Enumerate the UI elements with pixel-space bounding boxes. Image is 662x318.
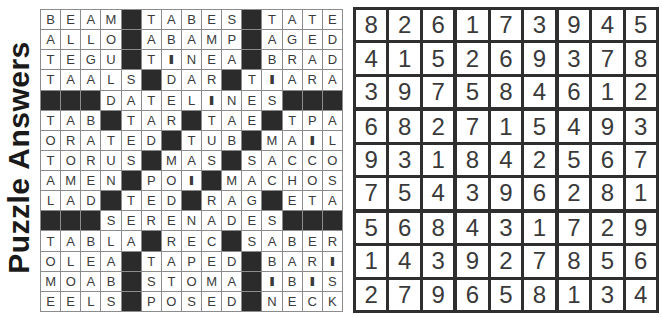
crossword-letter: E (86, 255, 95, 268)
crossword-letter: A (268, 235, 277, 248)
crossword-letter-cell: I (262, 70, 281, 89)
crossword-letter: I (310, 275, 314, 288)
sudoku-cell: 9 (559, 10, 589, 40)
crossword-letter-cell: E (122, 131, 141, 150)
crossword-letter: D (147, 134, 156, 147)
crossword-letter: I (210, 94, 214, 107)
crossword-letter-cell: A (122, 91, 141, 110)
crossword-letter: O (186, 275, 196, 288)
crossword-letter-cell: S (262, 91, 281, 110)
sudoku-cell: 7 (559, 213, 589, 243)
crossword-black-cell (242, 131, 261, 150)
sudoku-cell: 6 (423, 10, 453, 40)
crossword-letter-cell: T (142, 10, 161, 29)
crossword-letter: A (288, 134, 297, 147)
crossword-black-cell (162, 131, 181, 150)
crossword-letter-cell: N (222, 91, 241, 110)
crossword-letter-cell: E (41, 292, 60, 311)
crossword-letter: C (207, 235, 216, 248)
crossword-letter: B (268, 255, 277, 268)
crossword-letter-cell: T (162, 272, 181, 291)
crossword-letter: U (207, 134, 216, 147)
crossword-letter: M (106, 13, 117, 26)
crossword-letter: D (227, 214, 236, 227)
crossword-letter-cell: S (101, 211, 120, 230)
crossword-letter: S (328, 275, 337, 288)
crossword-letter: T (167, 275, 175, 288)
sudoku-cell: 7 (626, 145, 656, 175)
crossword-letter: G (247, 194, 257, 207)
crossword-letter: T (308, 194, 316, 207)
crossword-letter-cell: C (303, 151, 322, 170)
crossword-letter-cell: T (41, 231, 60, 250)
crossword-letter-cell: M (162, 151, 181, 170)
crossword-letter-cell: E (323, 10, 342, 29)
crossword-letter: N (227, 94, 236, 107)
crossword-letter: E (308, 235, 317, 248)
crossword-letter: M (65, 174, 76, 187)
crossword-letter: D (227, 295, 236, 308)
crossword-letter-cell: P (182, 252, 201, 271)
crossword-letter: D (167, 194, 176, 207)
crossword-letter: L (188, 94, 195, 107)
crossword-black-cell (122, 171, 141, 190)
crossword-black-cell (41, 211, 60, 230)
crossword-letter-cell: A (61, 191, 80, 210)
crossword-letter-cell: S (323, 171, 342, 190)
sudoku-box: 826415397 (356, 10, 453, 107)
crossword-letter-cell: E (202, 252, 221, 271)
crossword-black-cell (222, 151, 241, 170)
crossword-letter: T (47, 73, 55, 86)
crossword-letter-cell: L (81, 292, 100, 311)
crossword-letter-cell: A (81, 131, 100, 150)
sudoku-cell: 1 (356, 246, 386, 276)
crossword-letter: E (288, 194, 297, 207)
sudoku-cell: 7 (524, 246, 554, 276)
crossword-letter: I (170, 53, 174, 66)
crossword-letter-cell: N (262, 292, 281, 311)
crossword-letter-cell: B (262, 252, 281, 271)
crossword-letter-cell: T (303, 191, 322, 210)
crossword-letter-cell: B (222, 131, 241, 150)
crossword-black-cell (101, 111, 120, 130)
sudoku-cell: 5 (592, 246, 622, 276)
crossword-letter: T (107, 134, 115, 147)
crossword-letter-cell: E (202, 50, 221, 69)
crossword-letter-cell: E (202, 292, 221, 311)
crossword-letter: A (328, 194, 337, 207)
crossword-letter-cell: A (162, 252, 181, 271)
crossword-letter: E (127, 214, 136, 227)
crossword-letter: S (107, 295, 116, 308)
crossword-letter-cell: B (81, 111, 100, 130)
crossword-letter-cell: S (101, 292, 120, 311)
sudoku-cell: 8 (457, 145, 487, 175)
crossword-black-cell (81, 211, 100, 230)
crossword-letter: E (248, 114, 257, 127)
crossword-letter-cell: O (41, 131, 60, 150)
crossword-black-cell (142, 70, 161, 89)
crossword-letter: M (45, 275, 56, 288)
crossword-black-cell (303, 91, 322, 110)
crossword-letter: C (308, 154, 317, 167)
crossword-letter: P (147, 174, 156, 187)
crossword-letter: O (307, 174, 317, 187)
crossword-letter: T (147, 94, 155, 107)
crossword-letter-cell: O (303, 171, 322, 190)
crossword-letter: R (308, 73, 317, 86)
crossword-letter-cell: A (262, 151, 281, 170)
crossword-letter: S (127, 73, 136, 86)
crossword-letter: S (268, 94, 277, 107)
crossword-letter: T (127, 194, 135, 207)
crossword-letter: L (329, 134, 336, 147)
sudoku-cell: 2 (356, 280, 386, 310)
crossword-letter: T (147, 255, 155, 268)
crossword-letter: E (207, 13, 216, 26)
crossword-letter-cell: B (283, 231, 302, 250)
crossword-letter: L (107, 235, 114, 248)
crossword-black-cell (283, 211, 302, 230)
crossword-letter: B (187, 13, 196, 26)
crossword-letter: R (86, 154, 95, 167)
sudoku-cell: 2 (457, 43, 487, 73)
crossword-letter-cell: S (142, 272, 161, 291)
crossword-letter-cell: T (182, 131, 201, 150)
crossword-letter: A (147, 33, 156, 46)
crossword-letter-cell: E (283, 191, 302, 210)
sudoku-cell: 6 (524, 178, 554, 208)
crossword-letter: L (67, 33, 74, 46)
crossword-letter: T (208, 114, 216, 127)
crossword-letter-cell: N (182, 211, 201, 230)
crossword-letter-cell: E (142, 191, 161, 210)
sudoku-cell: 9 (491, 178, 521, 208)
crossword-letter: I (190, 174, 194, 187)
crossword-letter-cell: I (323, 252, 342, 271)
sudoku-cell: 3 (356, 77, 386, 107)
sudoku-cell: 5 (389, 178, 419, 208)
crossword-letter-cell: O (101, 30, 120, 49)
crossword-letter-cell: S (242, 231, 261, 250)
sudoku-cell: 3 (626, 111, 656, 141)
crossword-black-cell (122, 252, 141, 271)
crossword-letter: I (310, 134, 314, 147)
sudoku-box: 945378612 (559, 10, 656, 107)
crossword-letter-cell: R (162, 111, 181, 130)
sudoku-cell: 4 (356, 43, 386, 73)
crossword-letter: A (187, 33, 196, 46)
sudoku-cell: 8 (524, 280, 554, 310)
crossword-letter-cell: A (182, 30, 201, 49)
sudoku-cell: 6 (592, 145, 622, 175)
crossword-letter-cell: T (122, 191, 141, 210)
crossword-letter-cell: A (122, 231, 141, 250)
sudoku-cell: 1 (491, 111, 521, 141)
sudoku-cell: 4 (423, 178, 453, 208)
crossword-letter-cell: R (142, 211, 161, 230)
crossword-letter: A (268, 154, 277, 167)
crossword-letter-cell: D (222, 292, 241, 311)
crossword-letter-cell: T (142, 91, 161, 110)
sudoku-cell: 9 (592, 111, 622, 141)
crossword-letter: E (167, 214, 176, 227)
crossword-letter: B (167, 33, 176, 46)
crossword-black-cell (122, 292, 141, 311)
sudoku-cell: 3 (491, 213, 521, 243)
crossword-letter-cell: E (242, 111, 261, 130)
crossword-letter-cell: B (81, 231, 100, 250)
crossword-letter: B (268, 53, 277, 66)
crossword-letter-cell: D (323, 30, 342, 49)
crossword-letter: E (207, 53, 216, 66)
crossword-letter-cell: T (202, 111, 221, 130)
crossword-letter: E (207, 255, 216, 268)
crossword-letter-cell: T (142, 50, 161, 69)
sudoku-cell: 8 (356, 10, 386, 40)
crossword-letter-cell: E (303, 30, 322, 49)
crossword-letter-cell: E (202, 10, 221, 29)
crossword-letter-cell: C (283, 151, 302, 170)
sudoku-cell: 9 (356, 145, 386, 175)
crossword-letter: E (248, 214, 257, 227)
crossword-letter-cell: E (303, 231, 322, 250)
crossword-letter-cell: O (41, 252, 60, 271)
crossword-black-cell (242, 30, 261, 49)
crossword-letter-cell: R (61, 131, 80, 150)
crossword-letter-cell: T (122, 111, 141, 130)
crossword-letter: S (227, 13, 236, 26)
crossword-letter-cell: D (222, 252, 241, 271)
crossword-letter-cell: A (323, 111, 342, 130)
crossword-letter: S (207, 154, 216, 167)
sudoku-box: 173269584 (457, 10, 554, 107)
crossword-black-cell (142, 231, 161, 250)
sudoku-cell: 4 (457, 213, 487, 243)
crossword-black-cell (122, 272, 141, 291)
crossword-letter-cell: C (262, 171, 281, 190)
crossword-letter: R (167, 114, 176, 127)
crossword-letter: A (308, 53, 317, 66)
crossword-letter-cell: R (202, 191, 221, 210)
crossword-letter-cell: L (101, 231, 120, 250)
crossword-letter: A (127, 235, 136, 248)
crossword-letter-cell: E (242, 211, 261, 230)
crossword-letter: A (187, 154, 196, 167)
crossword-letter: L (47, 194, 54, 207)
crossword-letter: L (67, 255, 74, 268)
crossword-letter-cell: T (303, 10, 322, 29)
crossword-letter: S (107, 214, 116, 227)
sudoku-cell: 8 (592, 178, 622, 208)
sudoku-cell: 2 (559, 178, 589, 208)
crossword-letter: E (46, 295, 55, 308)
crossword-letter: T (288, 114, 296, 127)
crossword-letter-cell: A (303, 50, 322, 69)
crossword-letter-cell: S (122, 70, 141, 89)
crossword-letter: A (268, 33, 277, 46)
crossword-letter-cell: A (283, 131, 302, 150)
crossword-letter: S (127, 154, 136, 167)
sudoku-cell: 6 (457, 280, 487, 310)
sudoku-cell: 9 (423, 280, 453, 310)
crossword-letter: E (207, 295, 216, 308)
crossword-letter-cell: G (81, 50, 100, 69)
crossword-letter-cell: E (182, 231, 201, 250)
sudoku-cell: 1 (457, 10, 487, 40)
crossword-letter-cell: I (162, 50, 181, 69)
sudoku-cell: 8 (626, 43, 656, 73)
crossword-letter: N (267, 295, 276, 308)
crossword-letter-cell: I (182, 171, 201, 190)
sudoku-box: 682931754 (356, 111, 453, 208)
crossword-letter: S (248, 235, 257, 248)
crossword-letter-cell: S (262, 211, 281, 230)
crossword-letter-cell: U (202, 131, 221, 150)
crossword-letter: H (287, 174, 296, 187)
crossword-letter: D (86, 194, 95, 207)
crossword-letter: O (106, 33, 116, 46)
crossword-letter-cell: E (242, 91, 261, 110)
sudoku-cell: 5 (423, 43, 453, 73)
crossword-letter: T (127, 114, 135, 127)
crossword-letter: M (267, 134, 278, 147)
crossword-letter: I (331, 255, 335, 268)
crossword-letter-cell: S (242, 151, 261, 170)
sudoku-cell: 6 (389, 213, 419, 243)
crossword-letter: D (106, 94, 115, 107)
crossword-letter: A (207, 214, 216, 227)
crossword-letter-cell: R (323, 231, 342, 250)
crossword-letter: A (46, 174, 55, 187)
crossword-letter: C (267, 174, 276, 187)
sudoku-box: 493567281 (559, 111, 656, 208)
crossword-letter: S (328, 174, 337, 187)
crossword-black-cell (242, 50, 261, 69)
sudoku-box: 431927658 (457, 213, 554, 310)
sudoku-grid: 8264153971732695849453786126829317547158… (353, 7, 659, 313)
crossword-letter: A (127, 94, 136, 107)
crossword-letter: K (328, 295, 337, 308)
crossword-letter: A (66, 73, 75, 86)
crossword-letter: M (206, 275, 217, 288)
crossword-black-cell (122, 30, 141, 49)
crossword-letter: T (147, 53, 155, 66)
sudoku-cell: 8 (389, 111, 419, 141)
crossword-letter-cell: A (182, 70, 201, 89)
sudoku-cell: 5 (524, 111, 554, 141)
sudoku-cell: 7 (457, 111, 487, 141)
crossword-letter: N (187, 214, 196, 227)
crossword-letter: A (66, 114, 75, 127)
crossword-letter: S (147, 275, 156, 288)
crossword-black-cell (303, 211, 322, 230)
crossword-letter-cell: A (262, 30, 281, 49)
crossword-letter-cell: H (283, 171, 302, 190)
crossword-letter-cell: E (283, 292, 302, 311)
crossword-letter: N (187, 53, 196, 66)
crossword-letter: P (308, 114, 317, 127)
sudoku-cell: 4 (626, 280, 656, 310)
crossword-letter-cell: B (262, 50, 281, 69)
crossword-letter: R (147, 214, 156, 227)
crossword-letter: R (308, 255, 317, 268)
crossword-letter-cell: R (202, 70, 221, 89)
crossword-letter-cell: I (202, 91, 221, 110)
crossword-black-cell (323, 91, 342, 110)
crossword-letter-cell: T (283, 111, 302, 130)
crossword-letter-cell: G (242, 191, 261, 210)
crossword-letter: A (227, 53, 236, 66)
crossword-letter-cell: A (61, 111, 80, 130)
crossword-letter: A (167, 255, 176, 268)
crossword-letter-cell: M (101, 10, 120, 29)
sudoku-cell: 2 (524, 145, 554, 175)
crossword-letter: E (86, 174, 95, 187)
crossword-letter-cell: M (202, 272, 221, 291)
crossword-black-cell (323, 211, 342, 230)
sudoku-cell: 8 (491, 77, 521, 107)
crossword-letter-cell: A (262, 231, 281, 250)
sudoku-cell: 1 (389, 43, 419, 73)
crossword-letter-cell: E (61, 10, 80, 29)
crossword-letter: B (288, 235, 297, 248)
crossword-letter-cell: D (222, 211, 241, 230)
crossword-letter-cell: D (101, 91, 120, 110)
crossword-black-cell (182, 191, 201, 210)
crossword-letter: G (86, 53, 96, 66)
crossword-letter-cell: M (262, 131, 281, 150)
crossword-letter: E (66, 295, 75, 308)
crossword-letter: A (227, 194, 236, 207)
crossword-letter-cell: B (283, 272, 302, 291)
crossword-letter: A (86, 73, 95, 86)
crossword-letter-cell: P (142, 292, 161, 311)
crossword-letter: A (227, 114, 236, 127)
crossword-letter-cell: E (61, 50, 80, 69)
sudoku-cell: 6 (559, 77, 589, 107)
crossword-black-cell (283, 91, 302, 110)
crossword-black-cell (242, 10, 261, 29)
crossword-letter: A (288, 13, 297, 26)
crossword-letter: T (308, 13, 316, 26)
crossword-letter: A (66, 194, 75, 207)
crossword-letter-cell: A (283, 70, 302, 89)
sudoku-cell: 7 (356, 178, 386, 208)
crossword-letter-cell: E (162, 91, 181, 110)
crossword-letter: U (106, 154, 115, 167)
crossword-letter: B (227, 134, 236, 147)
crossword-letter-cell: L (81, 30, 100, 49)
sudoku-cell: 5 (356, 213, 386, 243)
crossword-letter-cell: A (81, 10, 100, 29)
sudoku-cell: 6 (491, 43, 521, 73)
sudoku-cell: 3 (389, 145, 419, 175)
crossword-letter: A (66, 235, 75, 248)
crossword-letter-cell: C (303, 292, 322, 311)
sudoku-cell: 7 (491, 10, 521, 40)
crossword-letter: A (86, 134, 95, 147)
crossword-letter-cell: L (61, 30, 80, 49)
crossword-letter-cell: C (202, 231, 221, 250)
crossword-letter: A (187, 73, 196, 86)
crossword-letter: E (308, 33, 317, 46)
crossword-letter: S (248, 154, 257, 167)
crossword-letter-cell: P (222, 30, 241, 49)
crossword-black-cell (61, 211, 80, 230)
crossword-letter-cell: T (262, 10, 281, 29)
